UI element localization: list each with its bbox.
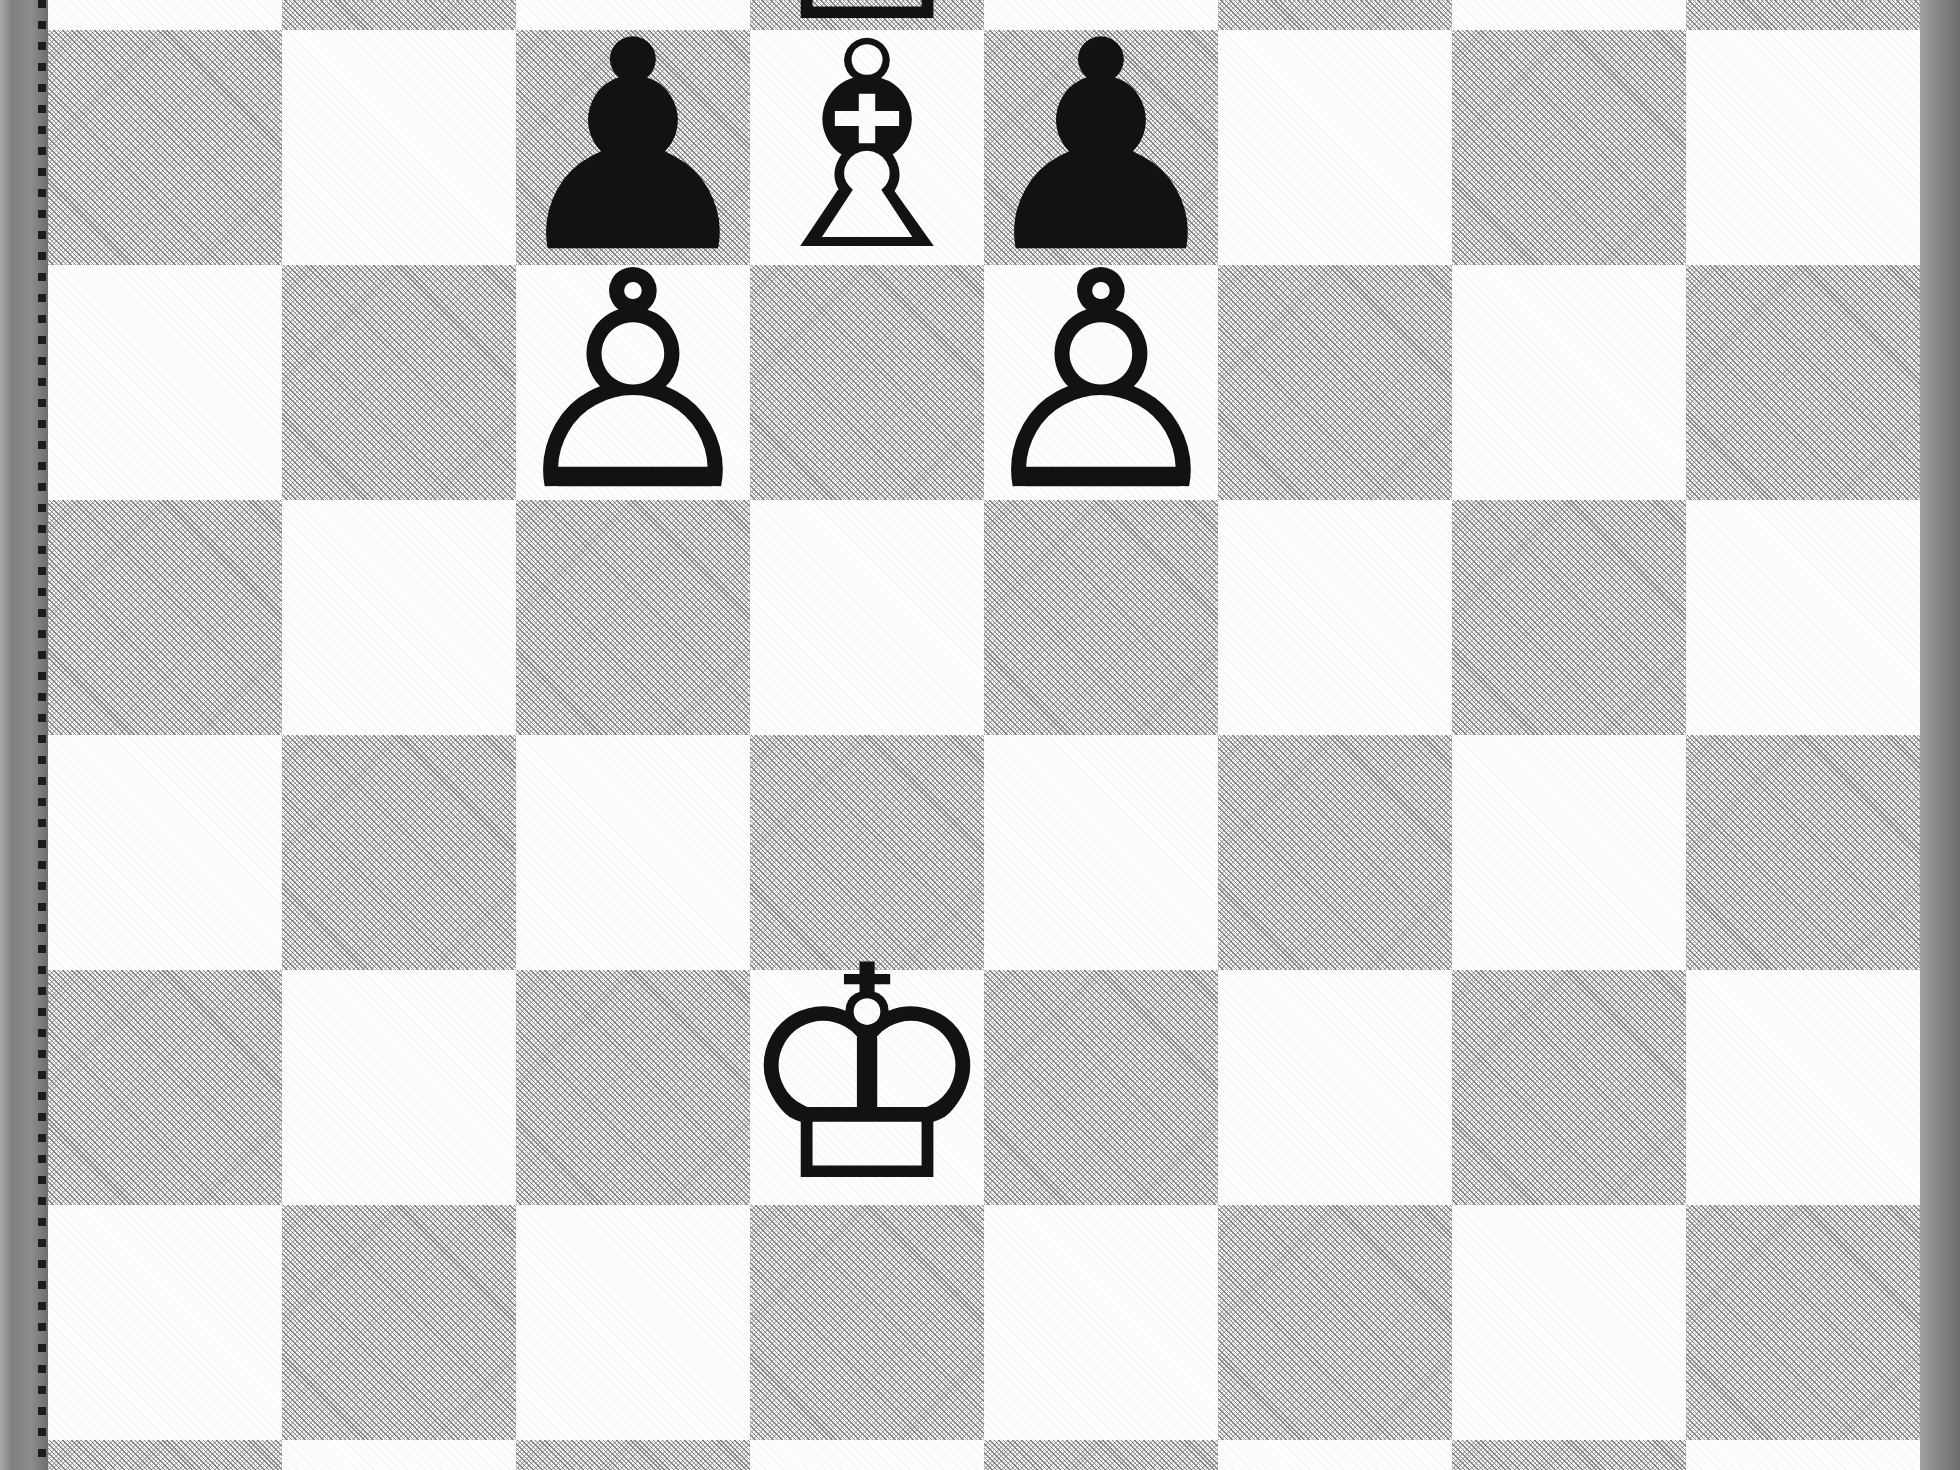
square-d2[interactable] xyxy=(750,1205,984,1440)
white-pawn[interactable]: ♙ xyxy=(516,265,750,500)
white-bishop[interactable]: ♗ xyxy=(750,30,984,265)
square-b8[interactable] xyxy=(282,0,516,30)
square-a8[interactable] xyxy=(48,0,282,30)
square-h5[interactable] xyxy=(1686,500,1920,735)
square-g7[interactable] xyxy=(1452,30,1686,265)
square-g5[interactable] xyxy=(1452,500,1686,735)
square-a4[interactable] xyxy=(48,735,282,970)
square-g6[interactable] xyxy=(1452,265,1686,500)
square-a1[interactable] xyxy=(48,1440,282,1470)
square-b2[interactable] xyxy=(282,1205,516,1440)
square-e2[interactable] xyxy=(984,1205,1218,1440)
square-g3[interactable] xyxy=(1452,970,1686,1205)
square-h2[interactable] xyxy=(1686,1205,1920,1440)
square-h7[interactable] xyxy=(1686,30,1920,265)
square-c3[interactable] xyxy=(516,970,750,1205)
square-f8[interactable] xyxy=(1218,0,1452,30)
square-b1[interactable] xyxy=(282,1440,516,1470)
square-e6[interactable]: ♙ xyxy=(984,265,1218,500)
square-e5[interactable] xyxy=(984,500,1218,735)
square-b3[interactable] xyxy=(282,970,516,1205)
square-g8[interactable] xyxy=(1452,0,1686,30)
square-h6[interactable] xyxy=(1686,265,1920,500)
square-h4[interactable] xyxy=(1686,735,1920,970)
square-a6[interactable] xyxy=(48,265,282,500)
square-a2[interactable] xyxy=(48,1205,282,1440)
square-d1[interactable] xyxy=(750,1440,984,1470)
square-f4[interactable] xyxy=(1218,735,1452,970)
square-b6[interactable] xyxy=(282,265,516,500)
square-f6[interactable] xyxy=(1218,265,1452,500)
chess-board: ♚♟♗♟♙♙♔ xyxy=(48,0,1920,1470)
square-f5[interactable] xyxy=(1218,500,1452,735)
square-c2[interactable] xyxy=(516,1205,750,1440)
square-b5[interactable] xyxy=(282,500,516,735)
square-h8[interactable] xyxy=(1686,0,1920,30)
white-pawn[interactable]: ♙ xyxy=(984,265,1218,500)
square-g1[interactable] xyxy=(1452,1440,1686,1470)
square-b7[interactable] xyxy=(282,30,516,265)
square-h3[interactable] xyxy=(1686,970,1920,1205)
square-c6[interactable]: ♙ xyxy=(516,265,750,500)
square-d7[interactable]: ♗ xyxy=(750,30,984,265)
square-h1[interactable] xyxy=(1686,1440,1920,1470)
square-f2[interactable] xyxy=(1218,1205,1452,1440)
square-g4[interactable] xyxy=(1452,735,1686,970)
square-a7[interactable] xyxy=(48,30,282,265)
square-f3[interactable] xyxy=(1218,970,1452,1205)
square-e3[interactable] xyxy=(984,970,1218,1205)
square-c4[interactable] xyxy=(516,735,750,970)
square-d3[interactable]: ♔ xyxy=(750,970,984,1205)
chess-diagram: ♚♟♗♟♙♙♔ xyxy=(0,0,1960,1470)
square-c5[interactable] xyxy=(516,500,750,735)
square-e4[interactable] xyxy=(984,735,1218,970)
board-border-right xyxy=(1920,0,1960,1470)
white-king[interactable]: ♔ xyxy=(750,958,984,1193)
square-b4[interactable] xyxy=(282,735,516,970)
board-border-left xyxy=(0,0,48,1470)
square-f1[interactable] xyxy=(1218,1440,1452,1470)
square-f7[interactable] xyxy=(1218,30,1452,265)
square-c1[interactable] xyxy=(516,1440,750,1470)
square-e1[interactable] xyxy=(984,1440,1218,1470)
square-d5[interactable] xyxy=(750,500,984,735)
square-a5[interactable] xyxy=(48,500,282,735)
square-a3[interactable] xyxy=(48,970,282,1205)
square-g2[interactable] xyxy=(1452,1205,1686,1440)
square-d6[interactable] xyxy=(750,265,984,500)
